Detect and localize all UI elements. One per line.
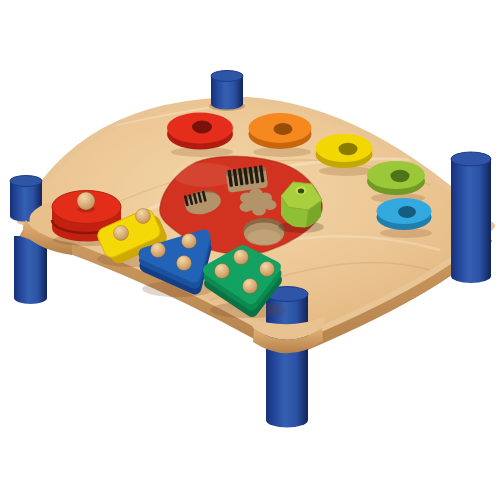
ring-yellow — [316, 134, 374, 176]
back-leg-peg — [209, 71, 245, 112]
ring-blue — [377, 198, 433, 238]
ring-red — [167, 113, 233, 158]
circle-cutout — [243, 218, 285, 246]
ring-green — [367, 161, 425, 203]
right-leg — [451, 152, 491, 283]
toy-bench-photo — [0, 0, 500, 500]
toy-bench-illustration — [0, 0, 500, 500]
ring-orange — [249, 113, 312, 157]
